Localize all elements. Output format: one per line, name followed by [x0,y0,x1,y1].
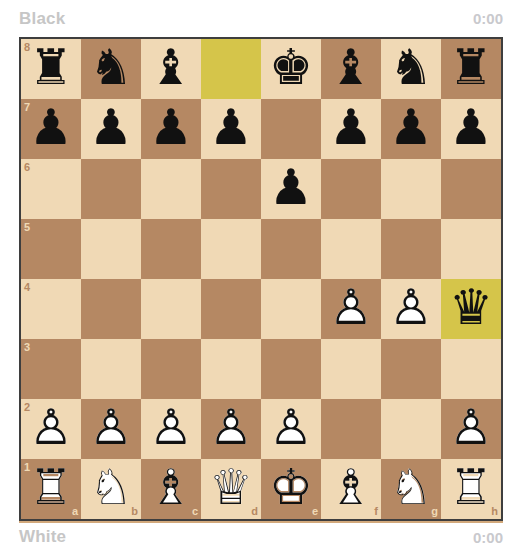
square-f2[interactable] [321,399,381,459]
square-e2[interactable]: ♟♙ [261,399,321,459]
white-pawn-piece: ♟♙ [441,399,501,459]
white-pawn-piece: ♟♙ [201,399,261,459]
square-d7[interactable]: ♟ [201,99,261,159]
square-g7[interactable]: ♟ [381,99,441,159]
square-f4[interactable]: ♟♙ [321,279,381,339]
white-rook-piece: ♜♖ [21,459,81,519]
black-pawn-piece: ♟ [141,99,201,159]
square-f7[interactable]: ♟ [321,99,381,159]
square-g5[interactable] [381,219,441,279]
square-c2[interactable]: ♟♙ [141,399,201,459]
square-e5[interactable] [261,219,321,279]
square-a2[interactable]: 2♟♙ [21,399,81,459]
white-pawn-piece: ♟♙ [81,399,141,459]
square-a1[interactable]: 1a♜♖ [21,459,81,519]
square-a5[interactable]: 5 [21,219,81,279]
player-bar-black: Black 0:00 [19,0,503,37]
square-b8[interactable]: ♞ [81,39,141,99]
square-d5[interactable] [201,219,261,279]
square-c6[interactable] [141,159,201,219]
black-king-piece: ♚ [261,39,321,99]
square-c1[interactable]: c♝♗ [141,459,201,519]
black-pawn-piece: ♟ [261,159,321,219]
square-h4[interactable]: ♛ [441,279,501,339]
square-a6[interactable]: 6 [21,159,81,219]
black-pawn-piece: ♟ [201,99,261,159]
black-bishop-piece: ♝ [141,39,201,99]
black-pawn-piece: ♟ [441,99,501,159]
square-h5[interactable] [441,219,501,279]
rank-label-6: 6 [24,162,30,173]
black-pawn-piece: ♟ [81,99,141,159]
square-b1[interactable]: b♞♘ [81,459,141,519]
white-knight-piece: ♞♘ [381,459,441,519]
black-queen-piece: ♛ [441,279,501,339]
player-name-white: White [19,527,66,547]
white-pawn-piece: ♟♙ [261,399,321,459]
black-knight-piece: ♞ [381,39,441,99]
square-h2[interactable]: ♟♙ [441,399,501,459]
black-bishop-piece: ♝ [321,39,381,99]
square-g2[interactable] [381,399,441,459]
square-f1[interactable]: f♝♗ [321,459,381,519]
black-knight-piece: ♞ [81,39,141,99]
white-pawn-piece: ♟♙ [141,399,201,459]
square-d6[interactable] [201,159,261,219]
square-f6[interactable] [321,159,381,219]
white-bishop-piece: ♝♗ [321,459,381,519]
square-h6[interactable] [441,159,501,219]
player-bar-white: White 0:00 [19,521,503,553]
white-king-piece: ♚♔ [261,459,321,519]
square-f5[interactable] [321,219,381,279]
square-c8[interactable]: ♝ [141,39,201,99]
square-b4[interactable] [81,279,141,339]
square-f3[interactable] [321,339,381,399]
black-pawn-piece: ♟ [21,99,81,159]
square-g1[interactable]: g♞♘ [381,459,441,519]
clock-white: 0:00 [473,529,503,546]
white-pawn-piece: ♟♙ [21,399,81,459]
white-queen-piece: ♛♕ [201,459,261,519]
square-h8[interactable]: ♜ [441,39,501,99]
square-e7[interactable] [261,99,321,159]
rank-label-3: 3 [24,342,30,353]
square-d1[interactable]: d♛♕ [201,459,261,519]
white-pawn-piece: ♟♙ [321,279,381,339]
square-d3[interactable] [201,339,261,399]
square-c5[interactable] [141,219,201,279]
square-c3[interactable] [141,339,201,399]
square-h7[interactable]: ♟ [441,99,501,159]
square-a4[interactable]: 4 [21,279,81,339]
square-a8[interactable]: 8♜ [21,39,81,99]
square-g3[interactable] [381,339,441,399]
chess-board[interactable]: 8♜♞♝♚♝♞♜7♟♟♟♟♟♟♟6♟54♟♙♟♙♛32♟♙♟♙♟♙♟♙♟♙♟♙1… [19,37,503,521]
square-e4[interactable] [261,279,321,339]
square-d2[interactable]: ♟♙ [201,399,261,459]
square-b6[interactable] [81,159,141,219]
black-rook-piece: ♜ [441,39,501,99]
rank-label-5: 5 [24,222,30,233]
clock-black: 0:00 [473,10,503,27]
square-h1[interactable]: h♜♖ [441,459,501,519]
square-c7[interactable]: ♟ [141,99,201,159]
square-g8[interactable]: ♞ [381,39,441,99]
square-g6[interactable] [381,159,441,219]
square-d8[interactable] [201,39,261,99]
square-e3[interactable] [261,339,321,399]
square-e6[interactable]: ♟ [261,159,321,219]
player-name-black: Black [19,9,65,29]
rank-label-4: 4 [24,282,30,293]
white-pawn-piece: ♟♙ [381,279,441,339]
square-e8[interactable]: ♚ [261,39,321,99]
square-b2[interactable]: ♟♙ [81,399,141,459]
square-a7[interactable]: 7♟ [21,99,81,159]
square-d4[interactable] [201,279,261,339]
white-rook-piece: ♜♖ [441,459,501,519]
square-b5[interactable] [81,219,141,279]
square-f8[interactable]: ♝ [321,39,381,99]
black-pawn-piece: ♟ [381,99,441,159]
white-knight-piece: ♞♘ [81,459,141,519]
square-e1[interactable]: e♚♔ [261,459,321,519]
square-a3[interactable]: 3 [21,339,81,399]
square-g4[interactable]: ♟♙ [381,279,441,339]
white-bishop-piece: ♝♗ [141,459,201,519]
square-b7[interactable]: ♟ [81,99,141,159]
black-rook-piece: ♜ [21,39,81,99]
square-h3[interactable] [441,339,501,399]
black-pawn-piece: ♟ [321,99,381,159]
square-b3[interactable] [81,339,141,399]
game-panel: Black 0:00 8♜♞♝♚♝♞♜7♟♟♟♟♟♟♟6♟54♟♙♟♙♛32♟♙… [0,0,520,553]
square-c4[interactable] [141,279,201,339]
